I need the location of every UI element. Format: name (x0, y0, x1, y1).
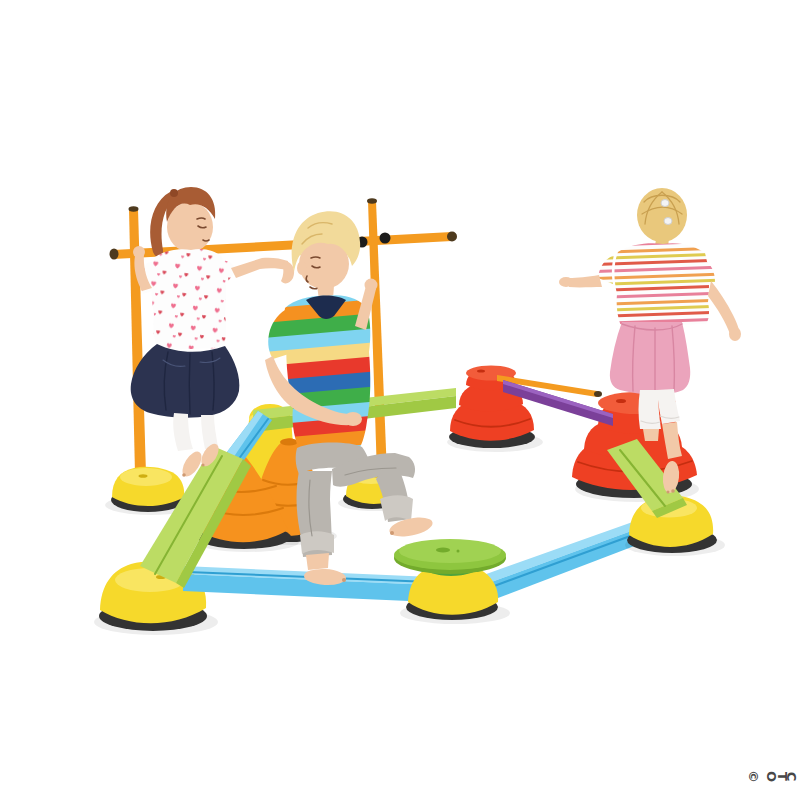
girl-right-hair-tie-bottom (664, 218, 672, 225)
pole-center-cap (367, 198, 377, 204)
girl-left-arm-left (231, 258, 288, 278)
blue-beam-bottom (183, 566, 432, 602)
watermark-otc: © O T C (747, 769, 797, 784)
red-stone-center (447, 366, 543, 453)
girl-left-legging-right (173, 413, 193, 451)
girl-left-hair-tie (170, 189, 178, 197)
crossbar-cap-left (110, 249, 119, 260)
girl-right-sleeve-left (701, 258, 715, 287)
girl-right-arm-left (708, 281, 739, 334)
girl-right-sleeve-right (598, 255, 614, 284)
girl-right-shirt (614, 243, 709, 326)
girl-left-legging-left (201, 415, 218, 449)
girl-left-hand-left (281, 261, 294, 283)
watermark-char: C (785, 772, 800, 782)
boy-ear (297, 261, 307, 275)
pole-left-cap (129, 206, 139, 212)
girl-left-shirt (151, 249, 226, 350)
girl-right-head (637, 188, 687, 242)
girl-right-skirt (610, 322, 690, 395)
girl-right-hand-right (559, 277, 573, 287)
girl-right-hair-tie-top (661, 200, 669, 207)
crossbar-cap-right (447, 232, 457, 242)
scene-illustration (0, 0, 800, 800)
green-wobble-disc (394, 539, 506, 574)
boy-cuff-left (380, 495, 413, 521)
boy-hand-right (344, 412, 362, 426)
boy-shin-right (306, 553, 329, 570)
girl-right-arm-right (569, 275, 602, 287)
boy-hand-left (365, 279, 378, 292)
girl-left-skirt (131, 344, 240, 418)
product-photo-stage: © O T C (0, 0, 800, 800)
girl-right-ankle-right (643, 429, 659, 441)
girl-right-hand-left (729, 327, 741, 341)
girl-left-hand-right (133, 246, 145, 258)
